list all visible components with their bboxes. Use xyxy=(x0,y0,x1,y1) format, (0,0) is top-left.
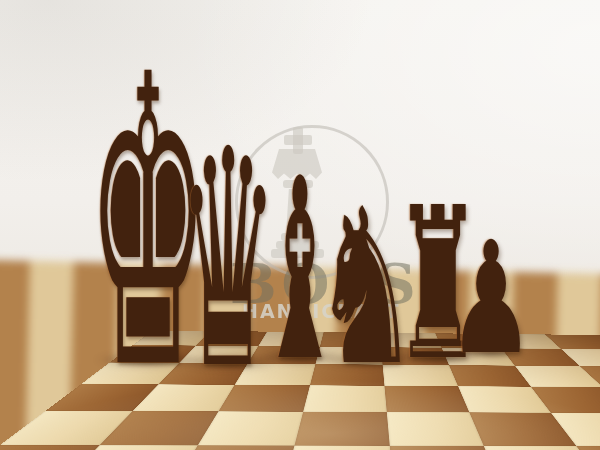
board-square xyxy=(561,349,600,367)
board-square xyxy=(283,446,394,450)
board-square xyxy=(545,334,600,349)
board-square xyxy=(580,366,600,387)
board-square xyxy=(0,445,100,450)
board-square xyxy=(294,412,389,446)
board-square xyxy=(551,413,600,446)
board-square xyxy=(469,412,576,446)
board-square xyxy=(387,412,484,446)
board-square xyxy=(390,446,503,450)
board-square xyxy=(531,387,600,413)
board-square xyxy=(576,446,600,450)
board-square xyxy=(484,446,600,450)
product-photo: BOSS HANDICRAFT ♚ ♛ ♝ ♞ ♜ ♟ xyxy=(0,0,600,450)
chess-piece-pawn: ♟ xyxy=(448,221,534,376)
